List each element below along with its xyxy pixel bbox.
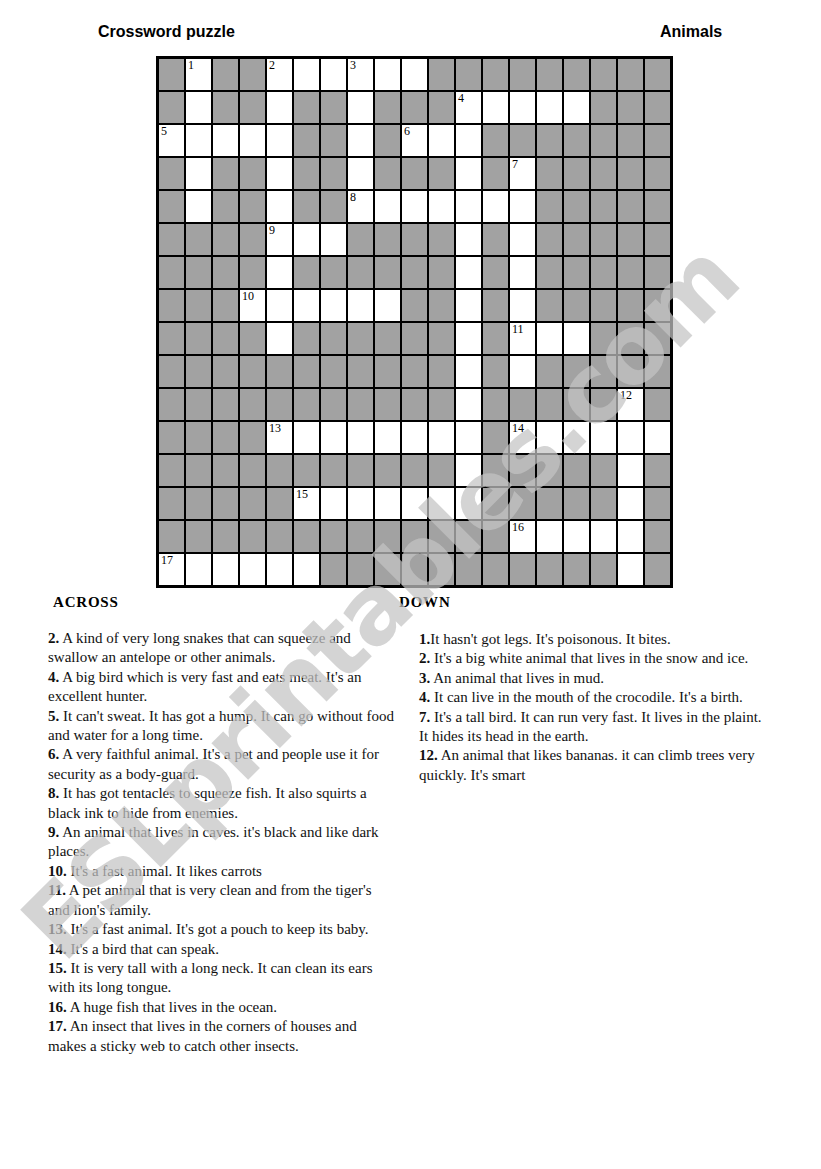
cell-r2c3 xyxy=(213,92,238,123)
across-clue-10: 10. It's a fast animal. It likes carrots xyxy=(48,862,394,881)
cell-r11c4 xyxy=(240,389,265,420)
cell-r2c13[interactable] xyxy=(483,92,508,123)
down-clue-number-7: 7. xyxy=(419,709,430,725)
cell-r3c2[interactable] xyxy=(186,125,211,156)
clue-number-11: 11 xyxy=(512,323,524,336)
cell-r15c18[interactable] xyxy=(618,521,643,552)
cell-r10c3 xyxy=(213,356,238,387)
cell-r6c2 xyxy=(186,224,211,255)
cell-r3c17 xyxy=(591,125,616,156)
cell-r2c16[interactable] xyxy=(564,92,589,123)
cell-r15c12 xyxy=(456,521,481,552)
cell-r15c1 xyxy=(159,521,184,552)
cell-r11c12[interactable] xyxy=(456,389,481,420)
cell-r12c13 xyxy=(483,422,508,453)
clue-number-14: 14 xyxy=(512,422,524,435)
cell-r9c7 xyxy=(321,323,346,354)
cell-r9c6 xyxy=(294,323,319,354)
cell-r13c2 xyxy=(186,455,211,486)
cell-r15c14[interactable]: 16 xyxy=(510,521,535,552)
cell-r11c17 xyxy=(591,389,616,420)
cell-r13c12[interactable] xyxy=(456,455,481,486)
cell-r6c16 xyxy=(564,224,589,255)
cell-r5c10[interactable] xyxy=(402,191,427,222)
cell-r9c15[interactable] xyxy=(537,323,562,354)
cell-r7c12[interactable] xyxy=(456,257,481,288)
cell-r10c9 xyxy=(375,356,400,387)
cell-r8c5[interactable] xyxy=(267,290,292,321)
cell-r3c5[interactable] xyxy=(267,125,292,156)
cell-r11c18[interactable]: 12 xyxy=(618,389,643,420)
cell-r5c8[interactable]: 8 xyxy=(348,191,373,222)
cell-r2c7 xyxy=(321,92,346,123)
cell-r8c15 xyxy=(537,290,562,321)
cell-r12c4 xyxy=(240,422,265,453)
across-clue-16: 16. A huge fish that lives in the ocean. xyxy=(48,998,394,1017)
cell-r2c18 xyxy=(618,92,643,123)
cell-r12c18[interactable] xyxy=(618,422,643,453)
crossword-grid: 1234567891011121314151617 xyxy=(156,56,673,588)
cell-r7c18 xyxy=(618,257,643,288)
cell-r1c11 xyxy=(429,59,454,90)
across-clue-number-15: 15. xyxy=(48,960,67,976)
cell-r6c5[interactable]: 9 xyxy=(267,224,292,255)
cell-r7c11 xyxy=(429,257,454,288)
clue-number-8: 8 xyxy=(350,191,356,204)
cell-r6c14[interactable] xyxy=(510,224,535,255)
cell-r1c5[interactable]: 2 xyxy=(267,59,292,90)
across-clue-2: 2. A kind of very long snakes that can s… xyxy=(48,629,394,668)
cell-r8c9[interactable] xyxy=(375,290,400,321)
cell-r3c8[interactable] xyxy=(348,125,373,156)
cell-r8c2 xyxy=(186,290,211,321)
cell-r7c14[interactable] xyxy=(510,257,535,288)
cell-r11c2 xyxy=(186,389,211,420)
cell-r12c14[interactable]: 14 xyxy=(510,422,535,453)
cell-r15c19 xyxy=(645,521,670,552)
across-clue-8: 8. It has got tentacles to squeeze fish.… xyxy=(48,784,394,823)
cell-r14c17 xyxy=(591,488,616,519)
across-clue-number-4: 4. xyxy=(48,669,59,685)
down-clue-3: 3. An animal that lives in mud. xyxy=(419,669,771,688)
cell-r5c19 xyxy=(645,191,670,222)
cell-r2c11 xyxy=(429,92,454,123)
across-clue-number-13: 13. xyxy=(48,921,67,937)
cell-r11c14 xyxy=(510,389,535,420)
across-clue-number-9: 9. xyxy=(48,824,59,840)
cell-r4c13 xyxy=(483,158,508,189)
cell-r3c15 xyxy=(537,125,562,156)
cell-r2c6 xyxy=(294,92,319,123)
cell-r11c5 xyxy=(267,389,292,420)
cell-r1c12 xyxy=(456,59,481,90)
cell-r13c10 xyxy=(402,455,427,486)
cell-r15c9 xyxy=(375,521,400,552)
clue-number-16: 16 xyxy=(512,521,524,534)
cell-r9c8 xyxy=(348,323,373,354)
cell-r5c1 xyxy=(159,191,184,222)
cell-r11c7 xyxy=(321,389,346,420)
cell-r14c18[interactable] xyxy=(618,488,643,519)
cell-r1c6[interactable] xyxy=(294,59,319,90)
cell-r12c17[interactable] xyxy=(591,422,616,453)
cell-r16c11 xyxy=(429,554,454,585)
cell-r1c10[interactable] xyxy=(402,59,427,90)
cell-r5c3 xyxy=(213,191,238,222)
cell-r5c7 xyxy=(321,191,346,222)
cell-r12c9[interactable] xyxy=(375,422,400,453)
cell-r11c3 xyxy=(213,389,238,420)
cell-r2c2[interactable] xyxy=(186,92,211,123)
across-clue-number-8: 8. xyxy=(48,785,59,801)
cell-r16c3[interactable] xyxy=(213,554,238,585)
cell-r2c9 xyxy=(375,92,400,123)
cell-r2c1 xyxy=(159,92,184,123)
cell-r16c1[interactable]: 17 xyxy=(159,554,184,585)
cell-r14c10[interactable] xyxy=(402,488,427,519)
cell-r4c12[interactable] xyxy=(456,158,481,189)
cell-r14c7[interactable] xyxy=(321,488,346,519)
cell-r1c17 xyxy=(591,59,616,90)
cell-r16c2[interactable] xyxy=(186,554,211,585)
down-clue-1: 1.It hasn't got legs. It's poisonous. It… xyxy=(419,630,771,649)
cell-r11c1 xyxy=(159,389,184,420)
cell-r6c9 xyxy=(375,224,400,255)
cell-r6c17 xyxy=(591,224,616,255)
cell-r1c1 xyxy=(159,59,184,90)
across-clue-9: 9. An animal that lives in caves. it's b… xyxy=(48,823,394,862)
cell-r12c8[interactable] xyxy=(348,422,373,453)
cell-r4c16 xyxy=(564,158,589,189)
cell-r12c3 xyxy=(213,422,238,453)
cell-r10c14[interactable] xyxy=(510,356,535,387)
cell-r13c8 xyxy=(348,455,373,486)
clue-number-3: 3 xyxy=(350,59,356,72)
across-clue-11: 11. A pet animal that is very clean and … xyxy=(48,881,394,920)
cell-r10c10 xyxy=(402,356,427,387)
cell-r7c15 xyxy=(537,257,562,288)
cell-r13c19 xyxy=(645,455,670,486)
cell-r3c11[interactable] xyxy=(429,125,454,156)
cell-r16c19 xyxy=(645,554,670,585)
cell-r9c2 xyxy=(186,323,211,354)
cell-r13c16 xyxy=(564,455,589,486)
cell-r13c7 xyxy=(321,455,346,486)
clue-number-5: 5 xyxy=(161,125,167,138)
cell-r15c3 xyxy=(213,521,238,552)
across-clue-17: 17. An insect that lives in the corners … xyxy=(48,1017,394,1056)
cell-r8c8[interactable] xyxy=(348,290,373,321)
cell-r10c17 xyxy=(591,356,616,387)
cell-r8c6[interactable] xyxy=(294,290,319,321)
down-clue-number-1: 1. xyxy=(419,631,430,647)
cell-r1c7[interactable] xyxy=(321,59,346,90)
cell-r1c2[interactable]: 1 xyxy=(186,59,211,90)
cell-r8c16 xyxy=(564,290,589,321)
cell-r10c6 xyxy=(294,356,319,387)
cell-r5c2[interactable] xyxy=(186,191,211,222)
cell-r15c11 xyxy=(429,521,454,552)
cell-r6c7[interactable] xyxy=(321,224,346,255)
cell-r13c11 xyxy=(429,455,454,486)
cell-r12c19[interactable] xyxy=(645,422,670,453)
cell-r5c16 xyxy=(564,191,589,222)
cell-r5c14[interactable] xyxy=(510,191,535,222)
cell-r11c11 xyxy=(429,389,454,420)
cell-r5c6 xyxy=(294,191,319,222)
cell-r14c16 xyxy=(564,488,589,519)
cell-r15c16[interactable] xyxy=(564,521,589,552)
cell-r6c12[interactable] xyxy=(456,224,481,255)
across-clue-15: 15. It is very tall with a long neck. It… xyxy=(48,959,394,998)
cell-r3c16 xyxy=(564,125,589,156)
cell-r15c17[interactable] xyxy=(591,521,616,552)
clue-number-7: 7 xyxy=(512,158,518,171)
across-clue-5: 5. It can't sweat. It has got a hump. It… xyxy=(48,707,394,746)
cell-r4c10 xyxy=(402,158,427,189)
cell-r4c19 xyxy=(645,158,670,189)
cell-r4c11 xyxy=(429,158,454,189)
cell-r13c6 xyxy=(294,455,319,486)
cell-r3c18 xyxy=(618,125,643,156)
cell-r8c18 xyxy=(618,290,643,321)
cell-r1c9[interactable] xyxy=(375,59,400,90)
cell-r5c5[interactable] xyxy=(267,191,292,222)
cell-r1c16 xyxy=(564,59,589,90)
cell-r1c14 xyxy=(510,59,535,90)
cell-r12c6[interactable] xyxy=(294,422,319,453)
cell-r4c9 xyxy=(375,158,400,189)
cell-r12c16[interactable] xyxy=(564,422,589,453)
cell-r9c17 xyxy=(591,323,616,354)
cell-r10c18 xyxy=(618,356,643,387)
cell-r16c15 xyxy=(537,554,562,585)
cell-r14c5 xyxy=(267,488,292,519)
cell-r8c11 xyxy=(429,290,454,321)
cell-r15c4 xyxy=(240,521,265,552)
cell-r14c13 xyxy=(483,488,508,519)
cell-r5c9[interactable] xyxy=(375,191,400,222)
across-clue-4: 4. A big bird which is very fast and eat… xyxy=(48,668,394,707)
down-clue-4: 4. It can live in the mouth of the croco… xyxy=(419,688,771,707)
page-title: Crossword puzzle xyxy=(98,23,235,41)
cell-r9c5[interactable] xyxy=(267,323,292,354)
cell-r16c17 xyxy=(591,554,616,585)
cell-r9c3 xyxy=(213,323,238,354)
cell-r7c3 xyxy=(213,257,238,288)
cell-r2c8[interactable] xyxy=(348,92,373,123)
cell-r14c19 xyxy=(645,488,670,519)
cell-r13c9 xyxy=(375,455,400,486)
cell-r5c11[interactable] xyxy=(429,191,454,222)
cell-r13c18[interactable] xyxy=(618,455,643,486)
cell-r14c14 xyxy=(510,488,535,519)
cell-r6c13 xyxy=(483,224,508,255)
cell-r1c18 xyxy=(618,59,643,90)
cell-r11c8 xyxy=(348,389,373,420)
cell-r16c10 xyxy=(402,554,427,585)
cell-r9c1 xyxy=(159,323,184,354)
cell-r9c16[interactable] xyxy=(564,323,589,354)
cell-r2c5[interactable] xyxy=(267,92,292,123)
down-clue-number-12: 12. xyxy=(419,747,438,763)
cell-r4c17 xyxy=(591,158,616,189)
cell-r3c10[interactable]: 6 xyxy=(402,125,427,156)
cell-r10c12[interactable] xyxy=(456,356,481,387)
cell-r8c1 xyxy=(159,290,184,321)
cell-r10c5 xyxy=(267,356,292,387)
cell-r15c15[interactable] xyxy=(537,521,562,552)
cell-r8c12[interactable] xyxy=(456,290,481,321)
down-clue-number-4: 4. xyxy=(419,689,430,705)
cell-r4c8[interactable] xyxy=(348,158,373,189)
cell-r4c15 xyxy=(537,158,562,189)
clue-number-9: 9 xyxy=(269,224,275,237)
cell-r16c6[interactable] xyxy=(294,554,319,585)
cell-r10c15 xyxy=(537,356,562,387)
cell-r12c10[interactable] xyxy=(402,422,427,453)
cell-r11c19 xyxy=(645,389,670,420)
cell-r9c12[interactable] xyxy=(456,323,481,354)
cell-r5c13[interactable] xyxy=(483,191,508,222)
across-clue-number-11: 11. xyxy=(48,882,66,898)
clue-number-6: 6 xyxy=(404,125,410,138)
cell-r1c19 xyxy=(645,59,670,90)
cell-r3c1[interactable]: 5 xyxy=(159,125,184,156)
cell-r1c15 xyxy=(537,59,562,90)
cell-r5c17 xyxy=(591,191,616,222)
cell-r15c5 xyxy=(267,521,292,552)
cell-r16c5[interactable] xyxy=(267,554,292,585)
cell-r8c14[interactable] xyxy=(510,290,535,321)
down-clue-number-2: 2. xyxy=(419,650,430,666)
clue-number-4: 4 xyxy=(458,92,464,105)
cell-r13c15 xyxy=(537,455,562,486)
cell-r4c14[interactable]: 7 xyxy=(510,158,535,189)
cell-r2c14[interactable] xyxy=(510,92,535,123)
cell-r9c11 xyxy=(429,323,454,354)
cell-r12c5[interactable]: 13 xyxy=(267,422,292,453)
cell-r2c12[interactable]: 4 xyxy=(456,92,481,123)
page-topic: Animals xyxy=(660,23,722,41)
cell-r8c19 xyxy=(645,290,670,321)
cell-r9c18 xyxy=(618,323,643,354)
across-clue-list: 2. A kind of very long snakes that can s… xyxy=(48,629,394,1056)
cell-r15c8 xyxy=(348,521,373,552)
cell-r14c11[interactable] xyxy=(429,488,454,519)
clue-number-17: 17 xyxy=(161,554,173,567)
cell-r1c3 xyxy=(213,59,238,90)
cell-r9c13 xyxy=(483,323,508,354)
clue-number-15: 15 xyxy=(296,488,308,501)
cell-r4c1 xyxy=(159,158,184,189)
cell-r3c12[interactable] xyxy=(456,125,481,156)
cell-r14c9[interactable] xyxy=(375,488,400,519)
cell-r7c2 xyxy=(186,257,211,288)
cell-r7c8 xyxy=(348,257,373,288)
cell-r16c16 xyxy=(564,554,589,585)
cell-r12c12[interactable] xyxy=(456,422,481,453)
cell-r14c3 xyxy=(213,488,238,519)
clue-number-13: 13 xyxy=(269,422,281,435)
cell-r3c3[interactable] xyxy=(213,125,238,156)
cell-r9c10 xyxy=(402,323,427,354)
cell-r16c4[interactable] xyxy=(240,554,265,585)
cell-r14c1 xyxy=(159,488,184,519)
down-heading: DOWN xyxy=(399,594,451,611)
cell-r1c8[interactable]: 3 xyxy=(348,59,373,90)
cell-r6c1 xyxy=(159,224,184,255)
cell-r7c5[interactable] xyxy=(267,257,292,288)
down-clue-number-3: 3. xyxy=(419,670,430,686)
across-clue-number-17: 17. xyxy=(48,1018,67,1034)
across-clue-number-2: 2. xyxy=(48,630,59,646)
cell-r11c6 xyxy=(294,389,319,420)
cell-r12c11[interactable] xyxy=(429,422,454,453)
cell-r12c7[interactable] xyxy=(321,422,346,453)
across-clue-6: 6. A very faithful animal. It's a pet an… xyxy=(48,745,394,784)
across-clue-14: 14. It's a bird that can speak. xyxy=(48,940,394,959)
cell-r3c14 xyxy=(510,125,535,156)
cell-r9c14[interactable]: 11 xyxy=(510,323,535,354)
clue-number-10: 10 xyxy=(242,290,254,303)
clue-number-2: 2 xyxy=(269,59,275,72)
cell-r4c2[interactable] xyxy=(186,158,211,189)
cell-r7c17 xyxy=(591,257,616,288)
cell-r3c9 xyxy=(375,125,400,156)
cell-r6c6[interactable] xyxy=(294,224,319,255)
cell-r5c4 xyxy=(240,191,265,222)
cell-r13c17 xyxy=(591,455,616,486)
cell-r6c11 xyxy=(429,224,454,255)
cell-r16c18[interactable] xyxy=(618,554,643,585)
cell-r6c19 xyxy=(645,224,670,255)
cell-r2c4 xyxy=(240,92,265,123)
cell-r11c13 xyxy=(483,389,508,420)
cell-r5c12[interactable] xyxy=(456,191,481,222)
cell-r1c4 xyxy=(240,59,265,90)
cell-r4c5[interactable] xyxy=(267,158,292,189)
cell-r4c3 xyxy=(213,158,238,189)
cell-r2c10 xyxy=(402,92,427,123)
cell-r14c8[interactable] xyxy=(348,488,373,519)
cell-r14c6[interactable]: 15 xyxy=(294,488,319,519)
cell-r8c3 xyxy=(213,290,238,321)
cell-r2c15[interactable] xyxy=(537,92,562,123)
cell-r8c7[interactable] xyxy=(321,290,346,321)
cell-r3c19 xyxy=(645,125,670,156)
cell-r6c15 xyxy=(537,224,562,255)
cell-r4c7 xyxy=(321,158,346,189)
across-clue-number-6: 6. xyxy=(48,746,59,762)
cell-r7c13 xyxy=(483,257,508,288)
clue-number-12: 12 xyxy=(620,389,632,402)
down-clue-2: 2. It's a big white animal that lives in… xyxy=(419,649,771,668)
cell-r12c15[interactable] xyxy=(537,422,562,453)
cell-r14c12[interactable] xyxy=(456,488,481,519)
cell-r10c11 xyxy=(429,356,454,387)
cell-r15c6 xyxy=(294,521,319,552)
cell-r6c4 xyxy=(240,224,265,255)
cell-r8c4[interactable]: 10 xyxy=(240,290,265,321)
cell-r2c17 xyxy=(591,92,616,123)
cell-r7c1 xyxy=(159,257,184,288)
cell-r11c9 xyxy=(375,389,400,420)
cell-r8c13 xyxy=(483,290,508,321)
cell-r6c10 xyxy=(402,224,427,255)
cell-r3c4[interactable] xyxy=(240,125,265,156)
cell-r16c12 xyxy=(456,554,481,585)
